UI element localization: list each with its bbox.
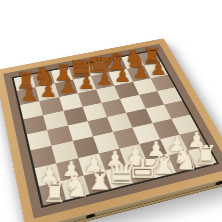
pieces-layer: ♜♞♝♛♚♝♞♜♟♟♟♟♟♟♟♟♟♟♟♟♟♟♟♟♜♞♝♛♚♝♞♜ (14, 51, 217, 206)
piece-light-bishop-c1: ♝ (88, 169, 111, 192)
piece-light-rook-a1: ♜ (43, 180, 66, 203)
latch-icon (215, 180, 222, 186)
piece-light-knight-b1: ♞ (65, 174, 88, 197)
piece-dark-pawn-g7: ♟ (131, 62, 150, 81)
chess-set-photo: ♜♞♝♛♚♝♞♜♟♟♟♟♟♟♟♟♟♟♟♟♟♟♟♟♜♞♝♛♚♝♞♜ (0, 0, 222, 222)
piece-dark-pawn-d7: ♟ (77, 73, 96, 92)
piece-dark-pawn-e7: ♟ (95, 69, 114, 88)
piece-dark-pawn-f7: ♟ (113, 65, 132, 84)
latch-icon (86, 213, 95, 219)
photo-scene: ♜♞♝♛♚♝♞♜♟♟♟♟♟♟♟♟♟♟♟♟♟♟♟♟♜♞♝♛♚♝♞♜ (0, 0, 222, 222)
piece-dark-pawn-c7: ♟ (58, 76, 77, 95)
piece-dark-pawn-b7: ♟ (39, 80, 58, 99)
piece-dark-pawn-a7: ♟ (19, 84, 39, 104)
chess-board: ♜♞♝♛♚♝♞♜♟♟♟♟♟♟♟♟♟♟♟♟♟♟♟♟♜♞♝♛♚♝♞♜ (0, 38, 222, 222)
piece-dark-pawn-h7: ♟ (149, 58, 168, 77)
